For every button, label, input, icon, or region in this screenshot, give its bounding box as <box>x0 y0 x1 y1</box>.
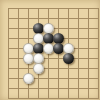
white-stone <box>23 73 34 84</box>
white-stone <box>33 63 44 74</box>
go-board[interactable] <box>0 0 100 100</box>
grid-lines <box>8 8 99 99</box>
black-stone <box>63 53 74 64</box>
